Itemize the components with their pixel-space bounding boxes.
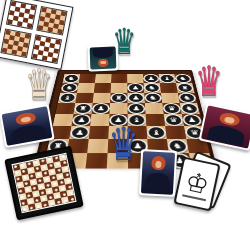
- board-square: ♝: [146, 126, 166, 139]
- mini-board-pattern: [0, 28, 31, 58]
- token-p[interactable]: ♟: [91, 103, 110, 114]
- board-square: ♟: [91, 103, 110, 114]
- blue-queen-piece[interactable]: ♛: [108, 121, 139, 167]
- token-n[interactable]: ♞: [144, 93, 162, 103]
- token-q[interactable]: ♛: [164, 114, 184, 126]
- board-square: ♞: [174, 74, 192, 83]
- board-square: [94, 83, 111, 93]
- token-p[interactable]: ♟: [143, 74, 160, 83]
- board-square: [111, 74, 127, 83]
- token-q[interactable]: ♛: [162, 103, 181, 114]
- ivory-queen-piece[interactable]: ♛: [25, 64, 53, 106]
- token-p[interactable]: ♟: [127, 103, 145, 114]
- token-n[interactable]: ♞: [60, 83, 78, 93]
- mini-board-pattern: [6, 0, 37, 30]
- mini-board-pattern: [36, 6, 67, 36]
- board-square: ♟: [127, 93, 144, 103]
- character-art: [201, 105, 250, 148]
- board-square: [146, 114, 166, 126]
- body-shape: [207, 123, 245, 146]
- token-r[interactable]: ♜: [110, 93, 127, 103]
- chess-diagram-card[interactable]: [4, 146, 83, 221]
- body-shape: [10, 123, 46, 143]
- board-square: [161, 93, 180, 103]
- body-shape: [145, 172, 170, 193]
- character-card-bottom[interactable]: [139, 149, 177, 197]
- board-square: ♟: [182, 114, 203, 126]
- board-square: [145, 103, 164, 114]
- board-square: ♞: [144, 93, 162, 103]
- token-b[interactable]: ♝: [146, 126, 166, 139]
- board-square: [93, 93, 111, 103]
- board-square: [75, 93, 94, 103]
- board-square: [127, 74, 143, 83]
- board-square: [110, 103, 128, 114]
- board-square: [95, 74, 112, 83]
- board-square: ♛: [164, 114, 184, 126]
- board-square: ♞: [62, 74, 80, 83]
- board-square: ♝: [58, 93, 77, 103]
- token-r[interactable]: ♜: [176, 83, 195, 93]
- board-square: ♛: [162, 103, 181, 114]
- board-square: ♞: [60, 83, 78, 93]
- board-square: ♟: [69, 126, 90, 139]
- product-photo: ♞♟♝♞♞♟♞♜♝♜♟♞♞♜♟♟♛♞♟♟♝♛♟♟♝♛♜♟♞♜♟ ♛ ♛ ♛ ♛: [0, 0, 250, 250]
- token-p[interactable]: ♟: [182, 114, 203, 126]
- board-square: ♜: [73, 103, 92, 114]
- token-n[interactable]: ♞: [144, 83, 161, 93]
- board-square: ♟: [143, 74, 160, 83]
- board-square: [111, 83, 128, 93]
- token-n[interactable]: ♞: [174, 74, 192, 83]
- teal-queen-piece[interactable]: ♛: [112, 24, 136, 60]
- board-square: [86, 153, 108, 168]
- token-p[interactable]: ♟: [127, 83, 144, 93]
- board-square: [79, 74, 96, 83]
- board-square: ♞: [144, 83, 161, 93]
- token-b[interactable]: ♝: [58, 93, 77, 103]
- token-p[interactable]: ♟: [127, 93, 144, 103]
- board-square: [160, 83, 178, 93]
- token-p[interactable]: ♟: [71, 114, 91, 126]
- board-square: [90, 114, 109, 126]
- board-square: [87, 139, 108, 153]
- character-art: [2, 106, 53, 146]
- body-shape: [93, 48, 113, 59]
- board-square: ♜: [176, 83, 195, 93]
- board-square: [165, 126, 186, 139]
- character-art: [141, 151, 175, 195]
- king-icon: ♔: [182, 167, 211, 202]
- pink-queen-piece[interactable]: ♛: [195, 61, 223, 103]
- board-square: ♟: [127, 103, 145, 114]
- token-r[interactable]: ♜: [73, 103, 92, 114]
- board-square: [55, 103, 75, 114]
- token-n[interactable]: ♞: [62, 74, 80, 83]
- board-square: ♜: [110, 93, 127, 103]
- token-b[interactable]: ♝: [159, 74, 176, 83]
- board-square: ♝: [159, 74, 176, 83]
- board-square: [89, 126, 109, 139]
- board-square: [77, 83, 95, 93]
- board-square: ♟: [71, 114, 91, 126]
- board-square: [53, 114, 74, 126]
- diagram-token-dots: [11, 153, 76, 214]
- face-shape: [101, 61, 106, 65]
- token-p[interactable]: ♟: [69, 126, 90, 139]
- board-square: ♟: [127, 83, 144, 93]
